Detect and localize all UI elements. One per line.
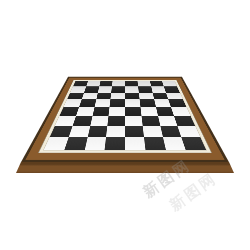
chessboard-frame bbox=[21, 77, 229, 162]
board-square-light bbox=[94, 99, 110, 107]
board-square-dark bbox=[125, 93, 139, 100]
board-square-light bbox=[111, 93, 125, 100]
board-square-dark bbox=[96, 93, 111, 100]
board-square-dark bbox=[174, 116, 195, 126]
board-square-light bbox=[90, 116, 109, 126]
board-front-face bbox=[16, 162, 234, 173]
board-square-light bbox=[166, 93, 183, 100]
board-square-dark bbox=[168, 99, 186, 107]
illustration-canvas: 新图网 新图网 bbox=[0, 0, 250, 250]
board-square-dark bbox=[181, 137, 206, 150]
board-square-dark bbox=[87, 126, 107, 137]
board-square-dark bbox=[108, 116, 125, 126]
board-square-dark bbox=[125, 126, 144, 137]
board-inner-margin bbox=[38, 80, 212, 153]
board-square-light bbox=[109, 107, 125, 116]
board-square-dark bbox=[105, 137, 125, 150]
board-square-light bbox=[125, 99, 140, 107]
board-square-light bbox=[125, 116, 142, 126]
board-square-dark bbox=[125, 107, 141, 116]
board-square-light bbox=[84, 137, 106, 150]
chessboard-grid bbox=[43, 81, 207, 151]
board-square-dark bbox=[92, 107, 109, 116]
board-square-light bbox=[177, 126, 200, 137]
board-square-light bbox=[106, 126, 125, 137]
board-square-light bbox=[171, 107, 190, 116]
board-square-dark bbox=[110, 99, 125, 107]
board-square-light bbox=[125, 137, 145, 150]
